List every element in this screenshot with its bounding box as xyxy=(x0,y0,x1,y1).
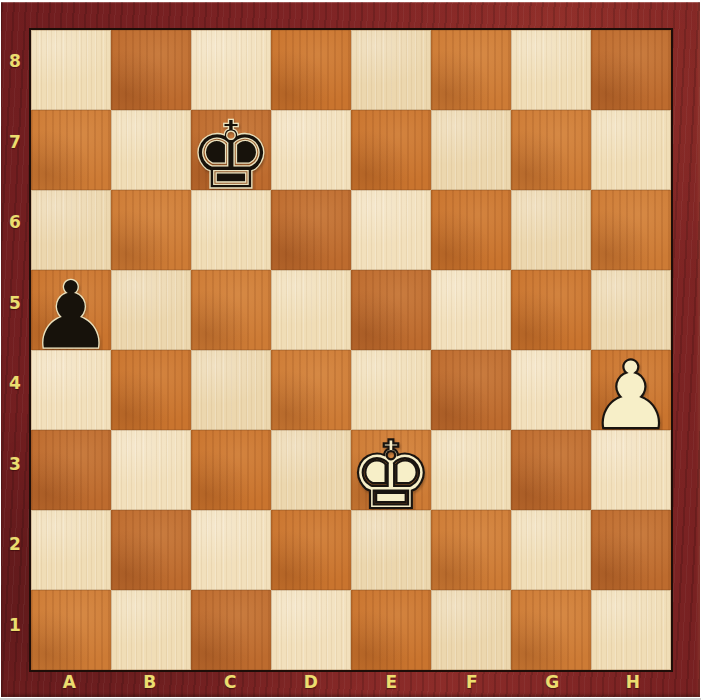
square-b7[interactable] xyxy=(111,110,191,190)
square-g7[interactable] xyxy=(511,110,591,190)
square-d5[interactable] xyxy=(271,270,351,350)
square-d3[interactable] xyxy=(271,430,351,510)
square-g6[interactable] xyxy=(511,190,591,270)
square-e6[interactable] xyxy=(351,190,431,270)
square-a3[interactable] xyxy=(31,430,111,510)
rank-label-7: 7 xyxy=(1,102,29,183)
square-g2[interactable] xyxy=(511,510,591,590)
square-d4[interactable] xyxy=(271,350,351,430)
square-c8[interactable] xyxy=(191,30,271,110)
square-f6[interactable] xyxy=(431,190,511,270)
square-d7[interactable] xyxy=(271,110,351,190)
square-b4[interactable] xyxy=(111,350,191,430)
file-label-d: D xyxy=(271,671,352,693)
square-c2[interactable] xyxy=(191,510,271,590)
square-c6[interactable] xyxy=(191,190,271,270)
square-f3[interactable] xyxy=(431,430,511,510)
file-label-b: B xyxy=(110,671,191,693)
board-frame: 87654321 ABCDEFGH ♚♟♟♚ xyxy=(1,2,700,697)
square-f4[interactable] xyxy=(431,350,511,430)
square-g3[interactable] xyxy=(511,430,591,510)
square-e8[interactable] xyxy=(351,30,431,110)
square-c5[interactable] xyxy=(191,270,271,350)
file-labels: ABCDEFGH xyxy=(29,673,673,695)
square-e3[interactable]: ♚ xyxy=(351,430,431,510)
square-e4[interactable] xyxy=(351,350,431,430)
file-label-g: G xyxy=(512,671,593,693)
square-a7[interactable] xyxy=(31,110,111,190)
square-b5[interactable] xyxy=(111,270,191,350)
square-e5[interactable] xyxy=(351,270,431,350)
square-a4[interactable] xyxy=(31,350,111,430)
square-e7[interactable] xyxy=(351,110,431,190)
square-a6[interactable] xyxy=(31,190,111,270)
square-a5[interactable]: ♟ xyxy=(31,270,111,350)
square-g5[interactable] xyxy=(511,270,591,350)
square-d6[interactable] xyxy=(271,190,351,270)
file-label-f: F xyxy=(432,671,513,693)
square-b2[interactable] xyxy=(111,510,191,590)
square-c4[interactable] xyxy=(191,350,271,430)
square-c3[interactable] xyxy=(191,430,271,510)
square-f1[interactable] xyxy=(431,590,511,670)
file-label-h: H xyxy=(593,671,674,693)
square-h1[interactable] xyxy=(591,590,671,670)
square-h5[interactable] xyxy=(591,270,671,350)
file-label-c: C xyxy=(190,671,271,693)
square-a1[interactable] xyxy=(31,590,111,670)
rank-label-1: 1 xyxy=(1,585,29,666)
square-a2[interactable] xyxy=(31,510,111,590)
square-b6[interactable] xyxy=(111,190,191,270)
file-label-a: A xyxy=(29,671,110,693)
square-h3[interactable] xyxy=(591,430,671,510)
file-label-e: E xyxy=(351,671,432,693)
square-g8[interactable] xyxy=(511,30,591,110)
square-b8[interactable] xyxy=(111,30,191,110)
square-g4[interactable] xyxy=(511,350,591,430)
square-f7[interactable] xyxy=(431,110,511,190)
square-a8[interactable] xyxy=(31,30,111,110)
rank-label-4: 4 xyxy=(1,343,29,424)
rank-labels: 87654321 xyxy=(1,28,29,672)
square-h6[interactable] xyxy=(591,190,671,270)
piece-white-pawn[interactable]: ♟ xyxy=(589,349,673,443)
rank-label-6: 6 xyxy=(1,182,29,263)
square-h2[interactable] xyxy=(591,510,671,590)
rank-label-5: 5 xyxy=(1,263,29,344)
square-c1[interactable] xyxy=(191,590,271,670)
square-h4[interactable]: ♟ xyxy=(591,350,671,430)
chess-board: ♚♟♟♚ xyxy=(29,28,673,672)
screenshot-frame: 87654321 ABCDEFGH ♚♟♟♚ xyxy=(0,0,701,700)
square-f5[interactable] xyxy=(431,270,511,350)
rank-label-2: 2 xyxy=(1,504,29,585)
square-d8[interactable] xyxy=(271,30,351,110)
rank-label-3: 3 xyxy=(1,424,29,505)
piece-black-pawn[interactable]: ♟ xyxy=(29,269,113,363)
square-e1[interactable] xyxy=(351,590,431,670)
square-h8[interactable] xyxy=(591,30,671,110)
square-e2[interactable] xyxy=(351,510,431,590)
square-f8[interactable] xyxy=(431,30,511,110)
square-g1[interactable] xyxy=(511,590,591,670)
square-b1[interactable] xyxy=(111,590,191,670)
square-d2[interactable] xyxy=(271,510,351,590)
square-c7[interactable]: ♚ xyxy=(191,110,271,190)
piece-white-king[interactable]: ♚ xyxy=(349,429,433,523)
piece-black-king[interactable]: ♚ xyxy=(189,109,273,203)
rank-label-8: 8 xyxy=(1,21,29,102)
square-f2[interactable] xyxy=(431,510,511,590)
square-d1[interactable] xyxy=(271,590,351,670)
square-h7[interactable] xyxy=(591,110,671,190)
square-b3[interactable] xyxy=(111,430,191,510)
